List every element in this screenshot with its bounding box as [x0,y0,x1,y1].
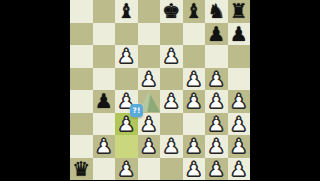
square-c5[interactable] [115,68,138,91]
square-f6[interactable] [183,45,206,68]
square-g4[interactable]: ♟ [205,90,228,113]
square-d8[interactable] [138,0,161,23]
white-pawn[interactable]: ♟ [228,90,251,113]
square-e4[interactable]: ♟ [160,90,183,113]
white-pawn[interactable]: ♟ [160,135,183,158]
square-b5[interactable] [93,68,116,91]
square-h8[interactable]: ♜ [228,0,251,23]
square-g2[interactable]: ♟ [205,135,228,158]
square-d5[interactable]: ♟ [138,68,161,91]
black-pawn[interactable]: ♟ [205,23,228,46]
black-bishop[interactable]: ♝ [115,0,138,23]
square-c1[interactable]: ♟ [115,158,138,181]
chess-board[interactable]: ♝♚♝♞♜♟♟♟♟♟♟♟♟♟♟♟♟♟♟♟♟♟♟♟♟♟♟♟♛♟♟♟♟?! [70,0,250,180]
black-rook[interactable]: ♜ [228,0,251,23]
square-a2[interactable] [70,135,93,158]
square-g7[interactable]: ♟ [205,23,228,46]
square-b1[interactable] [93,158,116,181]
square-e5[interactable] [160,68,183,91]
square-e2[interactable]: ♟ [160,135,183,158]
square-c6[interactable]: ♟ [115,45,138,68]
square-e7[interactable] [160,23,183,46]
square-a1[interactable]: ♛ [70,158,93,181]
inaccuracy-badge: ?! [130,104,143,117]
square-a8[interactable] [70,0,93,23]
square-a6[interactable] [70,45,93,68]
square-f4[interactable]: ♟ [183,90,206,113]
white-pawn[interactable]: ♟ [93,135,116,158]
square-h1[interactable]: ♟ [228,158,251,181]
white-pawn[interactable]: ♟ [205,135,228,158]
white-pawn[interactable]: ♟ [115,158,138,181]
square-b2[interactable]: ♟ [93,135,116,158]
white-pawn[interactable]: ♟ [228,135,251,158]
white-pawn[interactable]: ♟ [115,45,138,68]
square-a4[interactable] [70,90,93,113]
square-e6[interactable]: ♟ [160,45,183,68]
white-pawn[interactable]: ♟ [183,68,206,91]
black-pawn[interactable]: ♟ [93,90,116,113]
black-queen[interactable]: ♛ [70,158,93,181]
square-a3[interactable] [70,113,93,136]
square-g6[interactable] [205,45,228,68]
white-pawn[interactable]: ♟ [205,113,228,136]
square-h3[interactable]: ♟ [228,113,251,136]
square-e3[interactable] [160,113,183,136]
square-f3[interactable] [183,113,206,136]
square-a7[interactable] [70,23,93,46]
square-a5[interactable] [70,68,93,91]
white-pawn[interactable]: ♟ [183,158,206,181]
square-c2[interactable] [115,135,138,158]
square-b6[interactable] [93,45,116,68]
square-e1[interactable] [160,158,183,181]
square-h7[interactable]: ♟ [228,23,251,46]
white-pawn[interactable]: ♟ [228,158,251,181]
white-pawn[interactable]: ♟ [138,135,161,158]
square-h4[interactable]: ♟ [228,90,251,113]
black-knight[interactable]: ♞ [205,0,228,23]
black-pawn[interactable]: ♟ [228,23,251,46]
square-c8[interactable]: ♝ [115,0,138,23]
square-b3[interactable] [93,113,116,136]
black-bishop[interactable]: ♝ [183,0,206,23]
square-c7[interactable] [115,23,138,46]
square-b7[interactable] [93,23,116,46]
white-pawn[interactable]: ♟ [205,90,228,113]
white-pawn[interactable]: ♟ [138,68,161,91]
square-b4[interactable]: ♟ [93,90,116,113]
square-d7[interactable] [138,23,161,46]
inaccuracy-glyph: ?! [133,104,141,117]
square-h2[interactable]: ♟ [228,135,251,158]
square-e8[interactable]: ♚ [160,0,183,23]
black-king[interactable]: ♚ [160,0,183,23]
square-f8[interactable]: ♝ [183,0,206,23]
square-g3[interactable]: ♟ [205,113,228,136]
letterbox-left [0,0,70,180]
square-g1[interactable]: ♟ [205,158,228,181]
white-pawn[interactable]: ♟ [205,158,228,181]
letterbox-right [250,0,320,180]
white-pawn[interactable]: ♟ [183,135,206,158]
square-d1[interactable] [138,158,161,181]
white-pawn[interactable]: ♟ [160,45,183,68]
square-d6[interactable] [138,45,161,68]
square-f7[interactable] [183,23,206,46]
white-pawn[interactable]: ♟ [183,90,206,113]
white-pawn[interactable]: ♟ [228,113,251,136]
square-h6[interactable] [228,45,251,68]
square-f5[interactable]: ♟ [183,68,206,91]
square-f2[interactable]: ♟ [183,135,206,158]
square-g8[interactable]: ♞ [205,0,228,23]
square-h5[interactable] [228,68,251,91]
square-f1[interactable]: ♟ [183,158,206,181]
square-b8[interactable] [93,0,116,23]
white-pawn[interactable]: ♟ [160,90,183,113]
video-frame: ♝♚♝♞♜♟♟♟♟♟♟♟♟♟♟♟♟♟♟♟♟♟♟♟♟♟♟♟♛♟♟♟♟?! [0,0,320,180]
square-g5[interactable]: ♟ [205,68,228,91]
white-pawn[interactable]: ♟ [205,68,228,91]
square-d2[interactable]: ♟ [138,135,161,158]
